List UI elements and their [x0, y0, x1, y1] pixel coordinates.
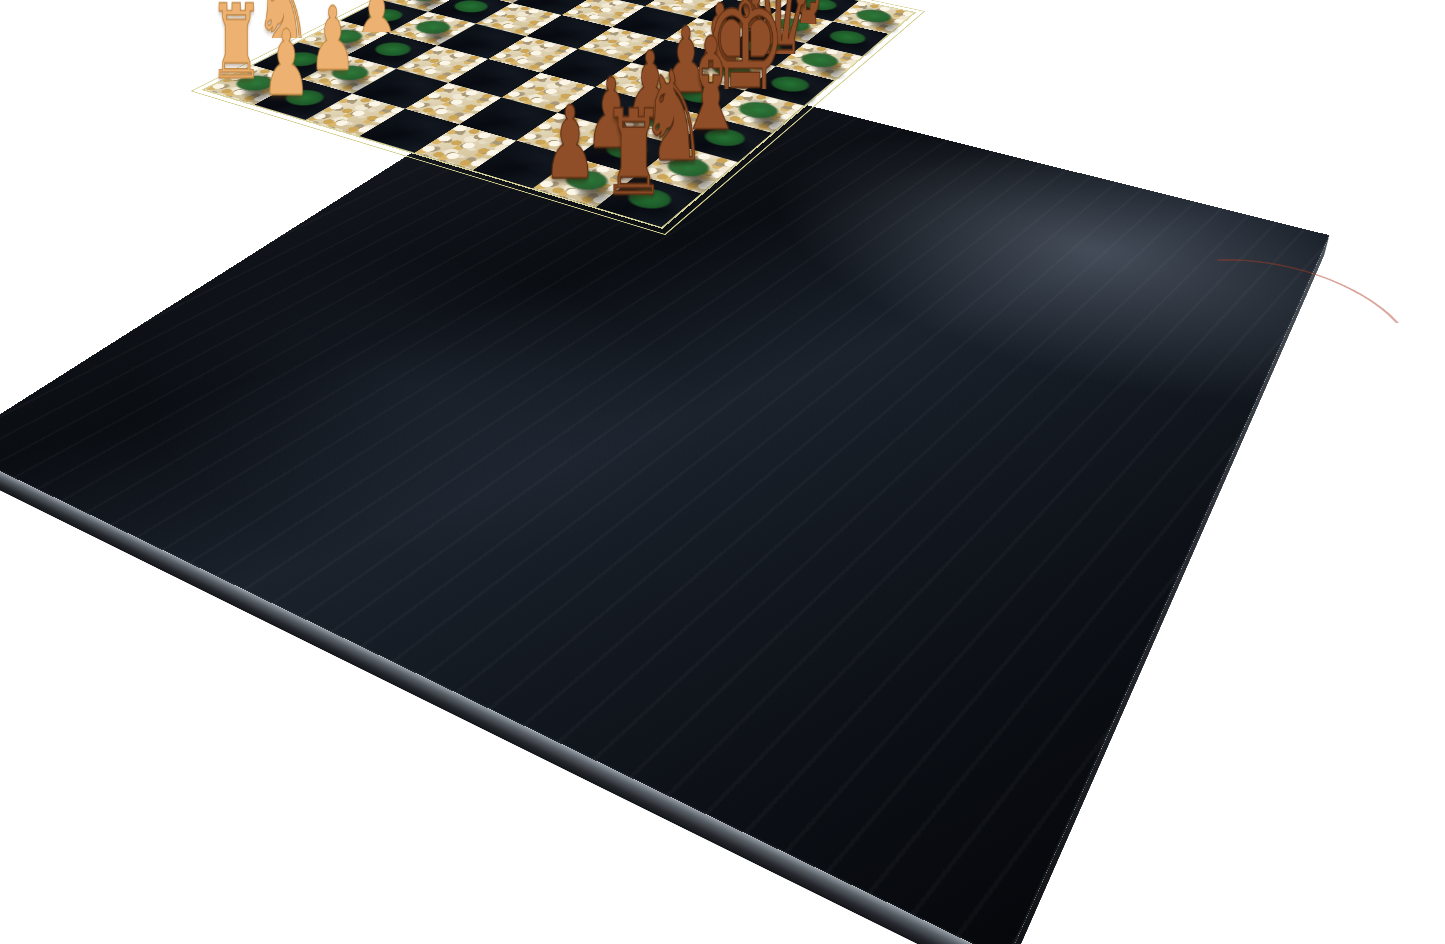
cable-reflection — [1091, 233, 1445, 444]
product-photo-chess-set: ♜♟♟♜♞♟♟♞♝♟♟♝♚♟♟♛♛♟♟♚♝♟♟♝♞♟♟♞♜♟♟♜ — [0, 0, 1445, 944]
piece-bR-a8: ♜ — [554, 94, 714, 212]
board-slab: ♜♟♟♜♞♟♟♞♝♟♟♝♚♟♟♛♛♟♟♚♝♟♟♝♞♟♟♞♜♟♟♜ — [0, 48, 1329, 944]
slab-edge-front-left — [0, 446, 1007, 944]
piece-wP-a2: ♟ — [216, 18, 357, 109]
square-a8: ♜ — [596, 175, 701, 227]
playing-field: ♜♟♟♜♞♟♟♞♝♟♟♝♚♟♟♛♛♟♟♚♝♟♟♝♞♟♟♞♜♟♟♜ — [202, 0, 917, 229]
scene: ♜♟♟♜♞♟♟♞♝♟♟♝♚♟♟♛♛♟♟♚♝♟♟♝♞♟♟♞♜♟♟♜ — [0, 0, 1445, 944]
